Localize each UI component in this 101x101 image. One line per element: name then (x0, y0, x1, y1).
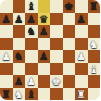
square-e5[interactable] (50, 38, 63, 51)
square-h5[interactable]: ♞ (88, 38, 101, 51)
square-f4[interactable] (63, 50, 76, 63)
white-rook-piece[interactable]: ♜ (77, 88, 86, 101)
square-d6[interactable]: ♟ (38, 25, 51, 38)
black-bishop-piece[interactable]: ♝ (27, 88, 36, 101)
black-pawn-piece[interactable]: ♟ (39, 50, 48, 63)
square-g3[interactable] (75, 63, 88, 76)
white-knight-piece[interactable]: ♞ (14, 88, 23, 101)
square-b1[interactable]: ♞ (13, 88, 26, 101)
square-a3[interactable] (0, 63, 13, 76)
square-b7[interactable]: ♟ (13, 13, 26, 26)
square-c3[interactable] (25, 63, 38, 76)
square-d3[interactable] (38, 63, 51, 76)
square-a5[interactable] (0, 38, 13, 51)
square-f1[interactable] (63, 88, 76, 101)
square-a8[interactable] (0, 0, 13, 13)
square-g4[interactable]: ♟ (75, 50, 88, 63)
square-h8[interactable]: ♜ (88, 0, 101, 13)
square-a4[interactable]: ♟ (0, 50, 13, 63)
square-d5[interactable] (38, 38, 51, 51)
square-d2[interactable] (38, 75, 51, 88)
square-c6[interactable]: ♞ (25, 25, 38, 38)
square-e2[interactable]: ♚ (50, 75, 63, 88)
square-h3[interactable]: ♝ (88, 63, 101, 76)
square-a1[interactable]: ♜ (0, 88, 13, 101)
black-king-piece[interactable]: ♚ (64, 0, 73, 13)
black-pawn-piece[interactable]: ♟ (2, 13, 11, 26)
white-pawn-piece[interactable]: ♟ (27, 75, 36, 88)
square-c7[interactable]: ♟ (25, 13, 38, 26)
square-c1[interactable]: ♝ (25, 88, 38, 101)
square-b4[interactable]: ♞ (13, 50, 26, 63)
square-g2[interactable] (75, 75, 88, 88)
square-g7[interactable]: ♟ (75, 13, 88, 26)
square-b8[interactable] (13, 0, 26, 13)
white-bishop-piece[interactable]: ♝ (89, 63, 98, 76)
square-h1[interactable] (88, 88, 101, 101)
square-b2[interactable]: ♟ (13, 75, 26, 88)
square-e1[interactable] (50, 88, 63, 101)
square-e4[interactable] (50, 50, 63, 63)
black-pawn-piece[interactable]: ♟ (14, 13, 23, 26)
square-d7[interactable]: ♛ (38, 13, 51, 26)
chess-board: ♝♚♜♟♟♟♛♟♞♟♞♟♞♟♟♝♟♟♚♜♞♝♜ (0, 0, 100, 100)
square-a2[interactable] (0, 75, 13, 88)
square-a7[interactable]: ♟ (0, 13, 13, 26)
square-d4[interactable]: ♟ (38, 50, 51, 63)
square-h7[interactable] (88, 13, 101, 26)
square-f3[interactable] (63, 63, 76, 76)
black-pawn-piece[interactable]: ♟ (14, 75, 23, 88)
square-g6[interactable] (75, 25, 88, 38)
square-h6[interactable] (88, 25, 101, 38)
square-b5[interactable] (13, 38, 26, 51)
square-e7[interactable] (50, 13, 63, 26)
square-d1[interactable] (38, 88, 51, 101)
square-f6[interactable] (63, 25, 76, 38)
square-f7[interactable] (63, 13, 76, 26)
square-e8[interactable] (50, 0, 63, 13)
square-c4[interactable] (25, 50, 38, 63)
black-pawn-piece[interactable]: ♟ (27, 13, 36, 26)
square-f8[interactable]: ♚ (63, 0, 76, 13)
square-e6[interactable] (50, 25, 63, 38)
square-g1[interactable]: ♜ (75, 88, 88, 101)
black-knight-piece[interactable]: ♞ (27, 25, 36, 38)
black-pawn-piece[interactable]: ♟ (77, 13, 86, 26)
black-bishop-piece[interactable]: ♝ (27, 0, 36, 13)
white-pawn-piece[interactable]: ♟ (77, 50, 86, 63)
black-knight-piece[interactable]: ♞ (14, 50, 23, 63)
black-rook-piece[interactable]: ♜ (2, 88, 11, 101)
square-c5[interactable] (25, 38, 38, 51)
square-d8[interactable] (38, 0, 51, 13)
black-rook-piece[interactable]: ♜ (89, 0, 98, 13)
black-queen-piece[interactable]: ♛ (39, 13, 48, 26)
square-h4[interactable] (88, 50, 101, 63)
square-c2[interactable]: ♟ (25, 75, 38, 88)
square-f5[interactable] (63, 38, 76, 51)
white-knight-piece[interactable]: ♞ (89, 38, 98, 51)
square-c8[interactable]: ♝ (25, 0, 38, 13)
white-king-piece[interactable]: ♚ (52, 75, 61, 88)
square-h2[interactable] (88, 75, 101, 88)
square-f2[interactable] (63, 75, 76, 88)
white-pawn-piece[interactable]: ♟ (2, 50, 11, 63)
square-g8[interactable] (75, 0, 88, 13)
square-g5[interactable] (75, 38, 88, 51)
square-b3[interactable] (13, 63, 26, 76)
square-b6[interactable] (13, 25, 26, 38)
black-pawn-piece[interactable]: ♟ (39, 25, 48, 38)
square-e3[interactable] (50, 63, 63, 76)
square-a6[interactable] (0, 25, 13, 38)
